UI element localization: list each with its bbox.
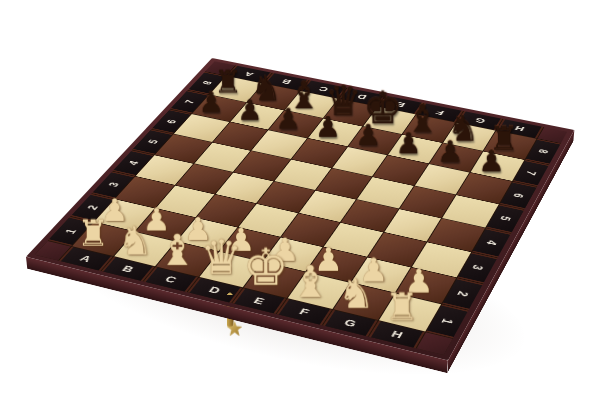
file-label-text: G bbox=[342, 317, 359, 329]
file-label-text: F bbox=[434, 108, 446, 116]
file-label-text: A bbox=[78, 253, 94, 264]
frame-corner bbox=[538, 127, 568, 143]
rank-label-text: 6 bbox=[510, 192, 527, 199]
rank-label-text: 8 bbox=[199, 80, 214, 86]
rank-label-text: 2 bbox=[84, 204, 101, 211]
rank-label-text: 3 bbox=[105, 181, 122, 188]
rank-label-text: 3 bbox=[469, 264, 487, 272]
file-label-text: C bbox=[317, 85, 330, 93]
file-label-text: H bbox=[389, 328, 405, 340]
square-b3 bbox=[156, 186, 215, 218]
travel-chess-set-photo: ABCDEFGH8♜♞♝♛♚♝♞♜87♟♟♟♟♟♟♟♟7665544332♟♟♟… bbox=[0, 0, 600, 400]
file-label-text: B bbox=[280, 78, 293, 86]
file-label-text: A bbox=[243, 70, 256, 78]
rank-label-text: 6 bbox=[164, 118, 180, 124]
rank-label-text: 4 bbox=[483, 239, 500, 246]
rank-label-text: 4 bbox=[125, 160, 141, 166]
file-label-text: E bbox=[251, 295, 266, 306]
file-label-text: F bbox=[297, 306, 311, 317]
file-label-text: B bbox=[120, 264, 136, 275]
rank-label-text: 1 bbox=[62, 228, 79, 235]
rank-label-text: 1 bbox=[438, 317, 456, 325]
file-label-text: H bbox=[514, 124, 527, 133]
rank-label-text: 8 bbox=[535, 148, 551, 154]
rank-label-text: 7 bbox=[182, 99, 197, 105]
rank-label-1-left: 1 bbox=[48, 217, 93, 246]
file-label-text: G bbox=[473, 116, 486, 125]
rank-label-text: 5 bbox=[497, 215, 514, 222]
rank-label-text: 5 bbox=[145, 139, 161, 145]
rank-label-text: 2 bbox=[454, 290, 472, 298]
rank-label-text: 7 bbox=[523, 170, 539, 177]
piece-black-pawn-g7: ♟ bbox=[428, 138, 471, 167]
file-label-text: D bbox=[355, 93, 368, 101]
file-label-text: C bbox=[163, 274, 179, 285]
file-label-text: E bbox=[395, 101, 407, 109]
